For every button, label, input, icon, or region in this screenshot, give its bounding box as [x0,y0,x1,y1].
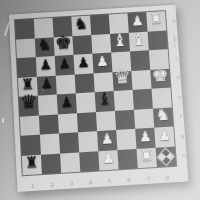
white-pawn: ♟ [138,129,152,144]
black-pawn: ♟ [60,94,73,109]
square-r8c1: ♜ [22,154,42,175]
square-r8c6 [117,148,137,169]
square-r7c6 [116,129,136,150]
chess-board: ♞♟♜♞♚♝♝♟♟♟♟♜♟♛♚♛♟♝♞♟♟♟♜♟♜ 12345678 abcde… [9,5,189,192]
square-r5c2 [38,94,58,115]
square-r7c4 [78,131,98,152]
rank-label-e: e [177,87,182,107]
square-r6c6 [115,109,135,130]
white-rook: ♜ [149,11,163,26]
dust-speck [106,95,107,96]
table-scratch [2,118,4,123]
square-r5c6 [114,90,134,111]
square-r7c7: ♟ [135,128,155,149]
square-r3c3: ♟ [55,55,75,75]
rank-label-a: a [172,10,177,29]
white-bishop: ♝ [131,31,147,49]
square-r5c3: ♟ [57,93,77,114]
square-r6c3 [58,113,78,134]
square-r4c8: ♚ [150,68,170,88]
black-knight: ♞ [74,15,89,31]
square-r8c4 [79,151,99,172]
square-r6c7 [134,108,154,129]
square-r7c8: ♟ [154,126,174,147]
file-label-7: 7 [138,175,158,182]
square-r3c8 [149,49,169,69]
black-knight: ♞ [37,37,52,54]
square-r2c5 [91,33,111,53]
rank-label-c: c [174,49,179,68]
black-rook: ♜ [25,155,39,171]
square-r4c4 [75,73,95,93]
square-r1c6 [109,13,129,33]
square-r4c3 [56,74,76,94]
square-r8c2 [41,153,61,174]
square-r5c8 [152,88,172,109]
white-pawn: ♟ [100,131,113,146]
square-r2c7: ♝ [129,31,149,51]
square-r3c7 [130,50,150,70]
square-r7c3 [59,132,79,153]
square-r6c4 [77,112,97,133]
square-r6c2 [39,114,59,135]
square-r3c5: ♟ [92,53,112,73]
file-labels: 12345678 [23,174,177,190]
square-r2c2: ♞ [35,37,55,57]
square-r3c1 [17,57,37,77]
square-r3c4: ♟ [74,54,94,74]
black-bishop: ♝ [97,90,113,108]
square-r1c1 [15,19,35,39]
square-r5c1: ♛ [19,96,39,117]
square-r1c8: ♜ [146,11,166,31]
dust-speck [158,115,159,116]
square-r2c1 [16,38,36,58]
square-r2c8 [148,30,168,50]
rank-label-h: h [182,145,187,165]
square-r4c2: ♟ [37,75,57,95]
square-r7c2 [40,133,60,154]
square-r1c4: ♞ [71,16,91,36]
rank-label-d: d [176,68,181,87]
square-r5c5: ♝ [95,91,115,112]
square-r4c7 [131,69,151,89]
square-r7c1 [21,135,41,156]
white-bishop: ♝ [112,32,128,50]
square-r5c4 [76,92,96,113]
square-r8c7: ♜ [136,147,156,168]
square-r6c5 [96,110,116,131]
black-rook: ♜ [21,77,35,93]
square-r3c2: ♟ [36,56,56,76]
dust-speck [42,89,43,90]
black-pawn: ♟ [77,55,90,70]
white-pawn: ♟ [96,53,109,68]
square-r1c7: ♟ [127,12,147,32]
square-r8c5: ♟ [98,150,118,171]
square-r4c6: ♛ [112,71,132,91]
file-label-6: 6 [119,176,139,183]
white-rook: ♜ [139,148,154,164]
rank-label-f: f [179,106,184,126]
square-r4c5 [94,72,114,92]
file-label-5: 5 [100,177,120,184]
square-r8c8 [156,146,177,167]
white-pawn: ♟ [158,127,172,142]
square-r3c6 [111,51,131,71]
file-label-4: 4 [81,179,101,186]
square-r2c6: ♝ [110,32,130,52]
square-r8c3 [60,152,80,173]
file-label-8: 8 [158,174,178,181]
board-brand-logo [158,149,174,165]
square-r6c1 [20,115,40,136]
file-label-1: 1 [23,182,43,189]
file-label-2: 2 [42,181,62,188]
black-pawn: ♟ [58,56,71,71]
square-r6c8: ♞ [153,107,173,128]
white-pawn: ♟ [102,151,116,166]
board-grid: ♞♟♜♞♚♝♝♟♟♟♟♜♟♛♚♛♟♝♞♟♟♟♜♟♜ [15,11,176,175]
square-r2c4 [72,35,92,55]
photo-frame: ♞♟♜♞♚♝♝♟♟♟♟♜♟♛♚♛♟♝♞♟♟♟♜♟♜ 12345678 abcde… [0,0,200,200]
square-r7c5: ♟ [97,130,117,151]
square-r1c2 [34,18,54,38]
square-r1c5 [90,14,110,34]
square-r2c3: ♚ [54,36,74,56]
rank-label-g: g [180,126,185,146]
white-pawn: ♟ [131,13,144,27]
square-r1c3 [53,17,73,37]
square-r5c7 [133,89,153,110]
black-pawn: ♟ [39,57,52,72]
file-label-3: 3 [62,180,82,187]
square-r4c1: ♜ [18,76,38,96]
